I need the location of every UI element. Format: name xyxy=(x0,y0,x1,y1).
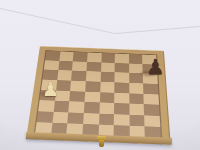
square-c2[interactable] xyxy=(67,112,83,124)
square-c4[interactable] xyxy=(69,91,85,102)
square-b8[interactable] xyxy=(59,51,74,61)
white-pawn-piece[interactable]: ♟ xyxy=(42,80,59,99)
square-h5[interactable] xyxy=(143,83,158,94)
square-e5[interactable] xyxy=(100,82,115,93)
square-g5[interactable] xyxy=(129,83,144,94)
square-a8[interactable] xyxy=(45,51,60,61)
photo-scene: ♟ ♟ xyxy=(0,0,200,150)
square-c8[interactable] xyxy=(73,52,88,62)
square-c7[interactable] xyxy=(72,61,87,71)
square-h4[interactable] xyxy=(144,94,159,105)
square-d7[interactable] xyxy=(86,62,101,72)
square-e7[interactable] xyxy=(101,62,115,72)
square-d5[interactable] xyxy=(85,81,100,92)
wall-seam-right xyxy=(115,26,200,34)
square-c6[interactable] xyxy=(71,71,86,81)
square-f5[interactable] xyxy=(114,82,129,93)
square-d4[interactable] xyxy=(84,91,99,102)
square-e3[interactable] xyxy=(99,102,114,114)
chess-board xyxy=(40,46,164,51)
brass-clasp[interactable] xyxy=(97,136,106,147)
square-f6[interactable] xyxy=(115,72,129,82)
clasp-hasp xyxy=(99,140,104,147)
square-e6[interactable] xyxy=(100,72,115,82)
square-b6[interactable] xyxy=(57,70,72,80)
square-g8[interactable] xyxy=(129,54,143,64)
square-b2[interactable] xyxy=(52,112,68,124)
square-d8[interactable] xyxy=(87,52,101,62)
square-h2[interactable] xyxy=(144,115,160,127)
square-c3[interactable] xyxy=(68,101,84,113)
square-a7[interactable] xyxy=(44,60,59,70)
square-g3[interactable] xyxy=(129,104,144,116)
square-c5[interactable] xyxy=(70,81,85,92)
square-e2[interactable] xyxy=(98,113,114,125)
square-b7[interactable] xyxy=(58,61,73,71)
square-a2[interactable] xyxy=(37,111,54,123)
square-h3[interactable] xyxy=(144,104,160,116)
square-d3[interactable] xyxy=(84,102,100,114)
black-pawn-piece[interactable]: ♟ xyxy=(146,57,165,78)
square-e8[interactable] xyxy=(101,53,115,63)
square-f2[interactable] xyxy=(114,114,129,126)
wall-seam-left xyxy=(0,8,115,34)
square-a3[interactable] xyxy=(38,100,54,112)
square-d2[interactable] xyxy=(83,113,99,125)
square-g4[interactable] xyxy=(129,93,144,104)
square-d6[interactable] xyxy=(86,71,101,81)
square-b3[interactable] xyxy=(53,101,69,113)
square-e4[interactable] xyxy=(99,92,114,103)
square-f4[interactable] xyxy=(114,92,129,103)
square-f8[interactable] xyxy=(115,54,129,64)
square-f3[interactable] xyxy=(114,103,129,115)
square-g2[interactable] xyxy=(129,115,145,127)
square-f7[interactable] xyxy=(115,63,129,73)
